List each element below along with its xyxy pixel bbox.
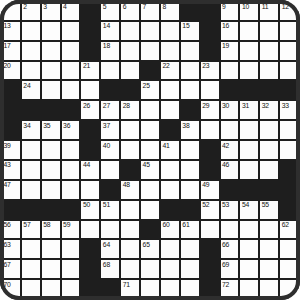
cell-r7c7[interactable] [121,121,139,139]
cell-r3c14[interactable] [260,42,278,60]
clue-number-7: 7 [143,3,147,10]
clue-number-68: 68 [103,261,110,268]
black-cell-r1c10 [181,2,199,20]
black-cell-r5c14 [260,81,278,99]
clue-number-46: 46 [222,161,229,168]
cell-r13c13[interactable] [240,240,258,258]
black-cell-r3c11 [201,42,219,60]
clue-number-16: 16 [222,22,229,29]
cell-r12c7[interactable] [121,221,139,239]
black-cell-r4c8 [141,62,159,80]
clue-number-63: 63 [4,241,11,248]
cell-r6c11[interactable]: 29 [201,101,219,119]
cell-r3c2[interactable] [22,42,40,60]
black-cell-r10c12 [221,181,239,199]
clue-number-58: 58 [43,221,50,228]
cell-r14c10[interactable] [181,260,199,278]
cell-r15c8[interactable] [141,280,159,298]
cell-r8c2[interactable] [22,141,40,159]
cell-r3c8[interactable] [141,42,159,60]
cell-r15c9[interactable] [161,280,179,298]
cell-r8c9[interactable]: 41 [161,141,179,159]
clue-number-24: 24 [23,82,30,89]
cell-r14c2[interactable] [22,260,40,278]
cell-r7c10[interactable]: 38 [181,121,199,139]
cell-r1c6[interactable]: 5 [101,2,119,20]
black-cell-r12c8 [141,221,159,239]
cell-r1c1[interactable]: 1 [2,2,20,20]
clue-number-66: 66 [222,241,229,248]
cell-r15c10[interactable] [181,280,199,298]
crossword-grid: 1234567891011121314151617181920212223242… [0,0,300,300]
clue-number-1: 1 [4,3,8,10]
cell-r11c14[interactable]: 55 [260,201,278,219]
clue-number-45: 45 [143,161,150,168]
cell-r4c9[interactable]: 22 [161,62,179,80]
clue-number-13: 13 [4,22,11,29]
clue-number-40: 40 [103,142,110,149]
cell-r4c15[interactable] [280,62,298,80]
black-cell-r6c3 [42,101,60,119]
black-cell-r5c12 [221,81,239,99]
cell-r11c6[interactable]: 51 [101,201,119,219]
clue-number-41: 41 [162,142,169,149]
cell-r12c14[interactable] [260,221,278,239]
cell-r7c15[interactable] [280,121,298,139]
clue-number-9: 9 [222,3,226,10]
cell-r12c11[interactable] [201,221,219,239]
black-cell-r14c5 [81,260,99,278]
cell-r8c12[interactable]: 42 [221,141,239,159]
clue-number-49: 49 [202,181,209,188]
clue-number-6: 6 [123,3,127,10]
clue-number-4: 4 [63,3,67,10]
clue-number-55: 55 [262,201,269,208]
cell-r3c7[interactable] [121,42,139,60]
cell-r10c9[interactable] [161,181,179,199]
cell-r12c10[interactable]: 61 [181,221,199,239]
cell-r2c1[interactable]: 13 [2,22,20,40]
cell-r12c4[interactable]: 59 [62,221,80,239]
black-cell-r11c10 [181,201,199,219]
cell-r11c7[interactable] [121,201,139,219]
cell-r13c2[interactable] [22,240,40,258]
black-cell-r11c15 [280,201,298,219]
cell-r15c3[interactable] [42,280,60,298]
cell-r8c3[interactable] [42,141,60,159]
clue-number-31: 31 [242,102,249,109]
clue-number-10: 10 [242,3,249,10]
black-cell-r8c11 [201,141,219,159]
clue-number-44: 44 [83,161,90,168]
cell-r13c4[interactable] [62,240,80,258]
black-cell-r15c6 [101,280,119,298]
cell-r11c5[interactable]: 50 [81,201,99,219]
cell-r14c8[interactable] [141,260,159,278]
cell-r9c10[interactable] [181,161,199,179]
black-cell-r2c11 [201,22,219,40]
cell-r10c3[interactable] [42,181,60,199]
clue-number-30: 30 [222,102,229,109]
clue-number-22: 22 [162,62,169,69]
cell-r11c13[interactable]: 54 [240,201,258,219]
black-cell-r1c11 [201,2,219,20]
cell-r2c4[interactable] [62,22,80,40]
cell-r3c6[interactable]: 18 [101,42,119,60]
cell-r2c3[interactable] [42,22,60,40]
cell-r1c8[interactable]: 7 [141,2,159,20]
clue-number-12: 12 [282,3,289,10]
cell-r7c2[interactable]: 34 [22,121,40,139]
cell-r2c2[interactable] [22,22,40,40]
cell-r12c13[interactable] [240,221,258,239]
clue-number-62: 62 [282,221,289,228]
clue-number-11: 11 [262,3,269,10]
black-cell-r11c3 [42,201,60,219]
cell-r1c9[interactable]: 8 [161,2,179,20]
black-cell-r11c4 [62,201,80,219]
clue-number-61: 61 [182,221,189,228]
cell-r4c12[interactable] [221,62,239,80]
clue-number-21: 21 [83,62,90,69]
cell-r2c8[interactable] [141,22,159,40]
clue-number-48: 48 [123,181,130,188]
cell-r4c7[interactable] [121,62,139,80]
cell-r2c13[interactable] [240,22,258,40]
clue-number-33: 33 [282,102,289,109]
cell-r8c7[interactable] [121,141,139,159]
clue-number-25: 25 [143,82,150,89]
cell-r6c7[interactable]: 28 [121,101,139,119]
clue-number-51: 51 [103,201,110,208]
cell-r8c8[interactable] [141,141,159,159]
clue-number-43: 43 [4,161,11,168]
cell-r14c1[interactable]: 67 [2,260,20,278]
black-cell-r8c5 [81,141,99,159]
clue-number-38: 38 [182,122,189,129]
cell-r10c2[interactable] [22,181,40,199]
black-cell-r6c4 [62,101,80,119]
clue-number-23: 23 [202,62,209,69]
cell-r9c14[interactable] [260,161,278,179]
cell-r4c4[interactable] [62,62,80,80]
black-cell-r10c6 [101,181,119,199]
cell-r5c8[interactable]: 25 [141,81,159,99]
cell-r6c6[interactable]: 27 [101,101,119,119]
cell-r4c13[interactable] [240,62,258,80]
cell-r2c6[interactable]: 14 [101,22,119,40]
cell-r12c15[interactable]: 62 [280,221,298,239]
cell-r2c10[interactable]: 15 [181,22,199,40]
cell-r15c4[interactable] [62,280,80,298]
cell-r9c6[interactable] [101,161,119,179]
black-cell-r10c14 [260,181,278,199]
black-cell-r5c7 [121,81,139,99]
clue-number-32: 32 [262,102,269,109]
clue-number-26: 26 [83,102,90,109]
black-cell-r6c1 [2,101,20,119]
cell-r3c13[interactable] [240,42,258,60]
cell-r7c3[interactable]: 35 [42,121,60,139]
clue-number-67: 67 [4,261,11,268]
cell-r9c1[interactable]: 43 [2,161,20,179]
cell-r10c7[interactable]: 48 [121,181,139,199]
black-cell-r9c15 [280,161,298,179]
black-cell-r7c5 [81,121,99,139]
clue-number-39: 39 [4,142,11,149]
black-cell-r6c2 [22,101,40,119]
cell-r10c8[interactable] [141,181,159,199]
black-cell-r1c5 [81,2,99,20]
cell-r12c9[interactable]: 60 [161,221,179,239]
cell-r1c15[interactable]: 12 [280,2,298,20]
black-cell-r5c15 [280,81,298,99]
cell-r6c8[interactable] [141,101,159,119]
cell-r2c14[interactable] [260,22,278,40]
cell-r1c12[interactable]: 9 [221,2,239,20]
black-cell-r15c5 [81,280,99,298]
cell-r2c9[interactable] [161,22,179,40]
cell-r3c1[interactable]: 17 [2,42,20,60]
cell-r10c1[interactable]: 47 [2,181,20,199]
cell-r1c14[interactable]: 11 [260,2,278,20]
cell-r8c6[interactable]: 40 [101,141,119,159]
black-cell-r14c11 [201,260,219,278]
cell-r8c14[interactable] [260,141,278,159]
cell-r6c14[interactable]: 32 [260,101,278,119]
clue-number-36: 36 [63,122,70,129]
cell-r7c12[interactable] [221,121,239,139]
cell-r5c11[interactable] [201,81,219,99]
clue-number-20: 20 [4,62,11,69]
cell-r1c7[interactable]: 6 [121,2,139,20]
cell-r14c13[interactable] [240,260,258,278]
black-cell-r3c5 [81,42,99,60]
cell-r9c4[interactable] [62,161,80,179]
cell-r7c14[interactable] [260,121,278,139]
cell-r1c4[interactable]: 4 [62,2,80,20]
clue-number-15: 15 [182,22,189,29]
cell-r6c13[interactable]: 31 [240,101,258,119]
cell-r14c3[interactable] [42,260,60,278]
cell-r11c12[interactable]: 53 [221,201,239,219]
black-cell-r7c9 [161,121,179,139]
cell-r10c10[interactable] [181,181,199,199]
cell-r5c9[interactable] [161,81,179,99]
black-cell-r2c5 [81,22,99,40]
crossword-board: 1234567891011121314151617181920212223242… [0,0,300,300]
cell-r1c3[interactable]: 3 [42,2,60,20]
cell-r12c5[interactable] [81,221,99,239]
clue-number-72: 72 [222,281,229,288]
cell-r12c12[interactable] [221,221,239,239]
cell-r3c15[interactable] [280,42,298,60]
cell-r13c15[interactable] [280,240,298,258]
cell-r6c12[interactable]: 30 [221,101,239,119]
cell-r15c13[interactable] [240,280,258,298]
black-cell-r11c9 [161,201,179,219]
cell-r13c12[interactable]: 66 [221,240,239,258]
cell-r8c10[interactable] [181,141,199,159]
cell-r9c9[interactable] [161,161,179,179]
cell-r8c15[interactable] [280,141,298,159]
clue-number-37: 37 [103,122,110,129]
cell-r4c5[interactable]: 21 [81,62,99,80]
cell-r5c10[interactable] [181,81,199,99]
clue-number-71: 71 [123,281,130,288]
black-cell-r11c2 [22,201,40,219]
cell-r8c13[interactable] [240,141,258,159]
cell-r9c3[interactable] [42,161,60,179]
cell-r14c14[interactable] [260,260,278,278]
clue-number-34: 34 [23,122,30,129]
clue-number-17: 17 [4,42,11,49]
cell-r11c8[interactable] [141,201,159,219]
black-cell-r13c5 [81,240,99,258]
cell-r9c13[interactable] [240,161,258,179]
clue-number-59: 59 [63,221,70,228]
cell-r13c6[interactable]: 64 [101,240,119,258]
cell-r15c12[interactable]: 72 [221,280,239,298]
cell-r1c13[interactable]: 10 [240,2,258,20]
cell-r13c8[interactable]: 65 [141,240,159,258]
black-cell-r10c13 [240,181,258,199]
cell-r10c5[interactable] [81,181,99,199]
black-cell-r13c11 [201,240,219,258]
black-cell-r15c11 [201,280,219,298]
cell-r15c14[interactable] [260,280,278,298]
cell-r4c10[interactable] [181,62,199,80]
cell-r4c11[interactable]: 23 [201,62,219,80]
cell-r9c12[interactable]: 46 [221,161,239,179]
cell-r5c2[interactable]: 24 [22,81,40,99]
cell-r8c1[interactable]: 39 [2,141,20,159]
clue-number-57: 57 [23,221,30,228]
cell-r1c2[interactable]: 2 [22,2,40,20]
clue-number-5: 5 [103,3,107,10]
black-cell-r5c13 [240,81,258,99]
clue-number-29: 29 [202,102,209,109]
cell-r6c15[interactable]: 33 [280,101,298,119]
clue-number-2: 2 [23,3,27,10]
cell-r3c3[interactable] [42,42,60,60]
cell-r11c11[interactable]: 52 [201,201,219,219]
cell-r4c2[interactable] [22,62,40,80]
clue-number-3: 3 [43,3,47,10]
cell-r3c4[interactable] [62,42,80,60]
clue-number-53: 53 [222,201,229,208]
cell-r2c15[interactable] [280,22,298,40]
black-cell-r5c1 [2,81,20,99]
cell-r7c13[interactable] [240,121,258,139]
clue-number-52: 52 [202,201,209,208]
cell-r2c7[interactable] [121,22,139,40]
black-cell-r11c1 [2,201,20,219]
clue-number-35: 35 [43,122,50,129]
cell-r3c12[interactable]: 19 [221,42,239,60]
clue-number-64: 64 [103,241,110,248]
cell-r13c7[interactable] [121,240,139,258]
cell-r7c4[interactable]: 36 [62,121,80,139]
cell-r7c8[interactable] [141,121,159,139]
cell-r7c6[interactable]: 37 [101,121,119,139]
cell-r4c14[interactable] [260,62,278,80]
black-cell-r9c7 [121,161,139,179]
cell-r13c10[interactable] [181,240,199,258]
cell-r13c14[interactable] [260,240,278,258]
clue-number-65: 65 [143,241,150,248]
black-cell-r6c10 [181,101,199,119]
black-cell-r5c6 [101,81,119,99]
cell-r15c7[interactable]: 71 [121,280,139,298]
cell-r12c1[interactable]: 56 [2,221,20,239]
cell-r14c15[interactable] [280,260,298,278]
cell-r4c6[interactable] [101,62,119,80]
cell-r4c3[interactable] [42,62,60,80]
cell-r15c1[interactable]: 70 [2,280,20,298]
clue-number-18: 18 [103,42,110,49]
cell-r3c9[interactable] [161,42,179,60]
clue-number-27: 27 [103,102,110,109]
black-cell-r9c11 [201,161,219,179]
cell-r13c9[interactable] [161,240,179,258]
cell-r10c11[interactable]: 49 [201,181,219,199]
clue-number-54: 54 [242,201,249,208]
cell-r9c8[interactable]: 45 [141,161,159,179]
cell-r15c15[interactable] [280,280,298,298]
cell-r6c9[interactable] [161,101,179,119]
clue-number-50: 50 [83,201,90,208]
clue-number-19: 19 [222,42,229,49]
clue-number-14: 14 [103,22,110,29]
cell-r14c4[interactable] [62,260,80,278]
cell-r14c7[interactable] [121,260,139,278]
clue-number-8: 8 [162,3,166,10]
cell-r6c5[interactable]: 26 [81,101,99,119]
cell-r10c4[interactable] [62,181,80,199]
cell-r8c4[interactable] [62,141,80,159]
cell-r9c5[interactable]: 44 [81,161,99,179]
clue-number-28: 28 [123,102,130,109]
clue-number-56: 56 [4,221,11,228]
cell-r5c5[interactable] [81,81,99,99]
black-cell-r10c15 [280,181,298,199]
cell-r5c3[interactable] [42,81,60,99]
clue-number-60: 60 [162,221,169,228]
clue-number-69: 69 [222,261,229,268]
cell-r2c12[interactable]: 16 [221,22,239,40]
cell-r9c2[interactable] [22,161,40,179]
cell-r12c6[interactable] [101,221,119,239]
cell-r14c12[interactable]: 69 [221,260,239,278]
clue-number-47: 47 [4,181,11,188]
black-cell-r7c1 [2,121,20,139]
cell-r7c11[interactable] [201,121,219,139]
cell-r12c2[interactable]: 57 [22,221,40,239]
clue-number-42: 42 [222,142,229,149]
cell-r13c1[interactable]: 63 [2,240,20,258]
cell-r13c3[interactable] [42,240,60,258]
clue-number-70: 70 [4,281,11,288]
cell-r14c6[interactable]: 68 [101,260,119,278]
cell-r12c3[interactable]: 58 [42,221,60,239]
cell-r5c4[interactable] [62,81,80,99]
cell-r4c1[interactable]: 20 [2,62,20,80]
cell-r3c10[interactable] [181,42,199,60]
cell-r15c2[interactable] [22,280,40,298]
cell-r14c9[interactable] [161,260,179,278]
